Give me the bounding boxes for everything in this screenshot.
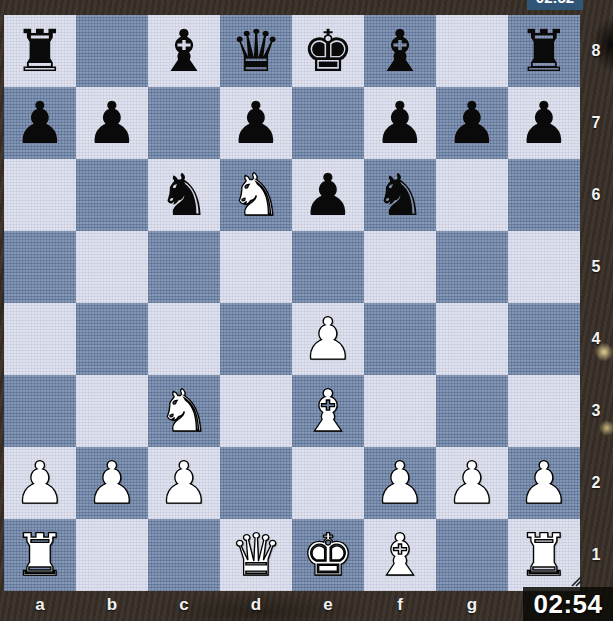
file-label-c: c [148, 592, 220, 618]
square-g6[interactable] [436, 159, 508, 231]
square-h2[interactable]: ♟ [508, 447, 580, 519]
rank-label-1: 1 [583, 519, 609, 591]
black-rook[interactable]: ♜ [508, 15, 580, 87]
file-coordinates: abcdefgh [4, 592, 580, 618]
square-d3[interactable] [220, 375, 292, 447]
square-f1[interactable]: ♝ [364, 519, 436, 591]
square-b8[interactable] [76, 15, 148, 87]
square-f5[interactable] [364, 231, 436, 303]
rank-label-4: 4 [583, 303, 609, 375]
file-label-g: g [436, 592, 508, 618]
square-h8[interactable]: ♜ [508, 15, 580, 87]
square-b4[interactable] [76, 303, 148, 375]
file-label-f: f [364, 592, 436, 618]
rank-label-2: 2 [583, 447, 609, 519]
square-a3[interactable] [4, 375, 76, 447]
player-clock-time: 02:54 [534, 589, 603, 620]
file-label-a: a [4, 592, 76, 618]
square-d8[interactable]: ♛ [220, 15, 292, 87]
white-rook[interactable]: ♜ [4, 519, 76, 591]
player-clock: 02:54 [523, 587, 613, 621]
square-g3[interactable] [436, 375, 508, 447]
white-knight[interactable]: ♞ [148, 375, 220, 447]
rank-label-7: 7 [583, 87, 609, 159]
black-pawn[interactable]: ♟ [220, 87, 292, 159]
square-g7[interactable]: ♟ [436, 87, 508, 159]
square-h7[interactable]: ♟ [508, 87, 580, 159]
white-pawn[interactable]: ♟ [4, 447, 76, 519]
square-f8[interactable]: ♝ [364, 15, 436, 87]
square-c4[interactable] [148, 303, 220, 375]
chess-board: ♜♝♛♚♝♜♟♟♟♟♟♟♞♞♟♞♟♞♝♟♟♟♟♟♟♜♛♚♝♜ [4, 15, 580, 591]
white-bishop[interactable]: ♝ [364, 519, 436, 591]
square-h4[interactable] [508, 303, 580, 375]
square-c1[interactable] [148, 519, 220, 591]
square-b1[interactable] [76, 519, 148, 591]
square-g4[interactable] [436, 303, 508, 375]
square-b2[interactable]: ♟ [76, 447, 148, 519]
square-e7[interactable] [292, 87, 364, 159]
square-d1[interactable]: ♛ [220, 519, 292, 591]
square-a5[interactable] [4, 231, 76, 303]
black-bishop[interactable]: ♝ [364, 15, 436, 87]
square-a8[interactable]: ♜ [4, 15, 76, 87]
square-g2[interactable]: ♟ [436, 447, 508, 519]
square-g1[interactable] [436, 519, 508, 591]
square-g8[interactable] [436, 15, 508, 87]
file-label-b: b [76, 592, 148, 618]
square-h5[interactable] [508, 231, 580, 303]
square-h6[interactable] [508, 159, 580, 231]
square-c8[interactable]: ♝ [148, 15, 220, 87]
black-pawn[interactable]: ♟ [364, 87, 436, 159]
rank-label-5: 5 [583, 231, 609, 303]
square-d4[interactable] [220, 303, 292, 375]
opponent-clock-time: 02:52 [536, 0, 574, 6]
square-a1[interactable]: ♜ [4, 519, 76, 591]
black-pawn[interactable]: ♟ [508, 87, 580, 159]
black-queen[interactable]: ♛ [220, 15, 292, 87]
square-e6[interactable]: ♟ [292, 159, 364, 231]
rank-label-3: 3 [583, 375, 609, 447]
black-knight[interactable]: ♞ [364, 159, 436, 231]
square-a2[interactable]: ♟ [4, 447, 76, 519]
black-pawn[interactable]: ♟ [292, 159, 364, 231]
chess-app-window: ♜♝♛♚♝♜♟♟♟♟♟♟♞♞♟♞♟♞♝♟♟♟♟♟♟♜♛♚♝♜ 87654321 … [0, 0, 613, 621]
black-pawn[interactable]: ♟ [436, 87, 508, 159]
white-king[interactable]: ♚ [292, 519, 364, 591]
black-rook[interactable]: ♜ [4, 15, 76, 87]
rank-label-6: 6 [583, 159, 609, 231]
rank-label-8: 8 [583, 15, 609, 87]
file-label-e: e [292, 592, 364, 618]
square-f3[interactable] [364, 375, 436, 447]
square-d5[interactable] [220, 231, 292, 303]
black-bishop[interactable]: ♝ [148, 15, 220, 87]
black-pawn[interactable]: ♟ [76, 87, 148, 159]
black-king[interactable]: ♚ [292, 15, 364, 87]
square-c6[interactable]: ♞ [148, 159, 220, 231]
square-b5[interactable] [76, 231, 148, 303]
white-queen[interactable]: ♛ [220, 519, 292, 591]
white-pawn[interactable]: ♟ [76, 447, 148, 519]
square-b7[interactable]: ♟ [76, 87, 148, 159]
white-pawn[interactable]: ♟ [364, 447, 436, 519]
square-e1[interactable]: ♚ [292, 519, 364, 591]
square-e5[interactable] [292, 231, 364, 303]
square-d7[interactable]: ♟ [220, 87, 292, 159]
square-a6[interactable] [4, 159, 76, 231]
white-pawn[interactable]: ♟ [292, 303, 364, 375]
black-pawn[interactable]: ♟ [4, 87, 76, 159]
square-c2[interactable]: ♟ [148, 447, 220, 519]
white-knight[interactable]: ♞ [220, 159, 292, 231]
square-f4[interactable] [364, 303, 436, 375]
square-b3[interactable] [76, 375, 148, 447]
file-label-d: d [220, 592, 292, 618]
square-a7[interactable]: ♟ [4, 87, 76, 159]
square-b6[interactable] [76, 159, 148, 231]
white-pawn[interactable]: ♟ [436, 447, 508, 519]
square-d2[interactable] [220, 447, 292, 519]
square-g5[interactable] [436, 231, 508, 303]
square-c5[interactable] [148, 231, 220, 303]
white-pawn[interactable]: ♟ [508, 447, 580, 519]
white-bishop[interactable]: ♝ [292, 375, 364, 447]
resize-handle-icon[interactable] [568, 573, 582, 587]
square-e3[interactable]: ♝ [292, 375, 364, 447]
square-c3[interactable]: ♞ [148, 375, 220, 447]
opponent-clock: 02:52 [527, 0, 583, 10]
square-h3[interactable] [508, 375, 580, 447]
square-e8[interactable]: ♚ [292, 15, 364, 87]
square-e4[interactable]: ♟ [292, 303, 364, 375]
square-f7[interactable]: ♟ [364, 87, 436, 159]
square-e2[interactable] [292, 447, 364, 519]
square-c7[interactable] [148, 87, 220, 159]
square-a4[interactable] [4, 303, 76, 375]
white-pawn[interactable]: ♟ [148, 447, 220, 519]
square-f2[interactable]: ♟ [364, 447, 436, 519]
square-f6[interactable]: ♞ [364, 159, 436, 231]
black-knight[interactable]: ♞ [148, 159, 220, 231]
square-d6[interactable]: ♞ [220, 159, 292, 231]
rank-coordinates: 87654321 [583, 15, 609, 591]
